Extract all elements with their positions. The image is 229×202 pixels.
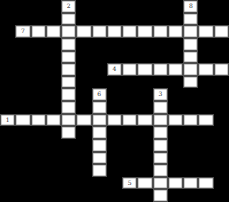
black-cell xyxy=(15,139,30,152)
black-cell xyxy=(153,76,168,89)
black-cell xyxy=(122,189,137,202)
black-cell xyxy=(31,152,46,165)
black-cell xyxy=(0,51,15,64)
black-cell xyxy=(0,139,15,152)
black-cell xyxy=(107,13,122,26)
cell-5-8[interactable] xyxy=(122,63,137,76)
cell-9-13[interactable] xyxy=(198,114,213,127)
black-cell xyxy=(15,101,30,114)
black-cell xyxy=(214,38,229,51)
cell-4-12[interactable] xyxy=(183,51,198,64)
black-cell xyxy=(107,189,122,202)
cell-12-6[interactable] xyxy=(92,152,107,165)
black-cell xyxy=(46,177,61,190)
black-cell xyxy=(122,38,137,51)
black-cell xyxy=(0,189,15,202)
black-cell xyxy=(214,76,229,89)
black-cell xyxy=(76,63,91,76)
black-cell xyxy=(31,76,46,89)
black-cell xyxy=(15,76,30,89)
black-cell xyxy=(92,13,107,26)
cell-9-8[interactable] xyxy=(122,114,137,127)
cell-5-11[interactable] xyxy=(168,63,183,76)
cell-10-6[interactable] xyxy=(92,126,107,139)
black-cell xyxy=(198,51,213,64)
black-cell xyxy=(137,126,152,139)
cell-9-3[interactable] xyxy=(46,114,61,127)
black-cell xyxy=(31,13,46,26)
black-cell xyxy=(92,51,107,64)
black-cell xyxy=(46,189,61,202)
black-cell xyxy=(0,13,15,26)
cell-9-9[interactable] xyxy=(137,114,152,127)
cell-5-9[interactable] xyxy=(137,63,152,76)
black-cell xyxy=(214,114,229,127)
black-cell xyxy=(76,189,91,202)
black-cell xyxy=(168,152,183,165)
black-cell xyxy=(137,139,152,152)
cell-5-14[interactable] xyxy=(214,63,229,76)
cell-9-2[interactable] xyxy=(31,114,46,127)
cell-2-4[interactable] xyxy=(61,25,76,38)
black-cell xyxy=(61,164,76,177)
black-cell xyxy=(198,126,213,139)
crossword-puzzle: 28746315 xyxy=(0,0,229,202)
cell-14-12[interactable] xyxy=(183,177,198,190)
clue-number-1: 1 xyxy=(6,115,10,123)
clue-number-6: 6 xyxy=(97,89,101,97)
black-cell xyxy=(92,63,107,76)
black-cell xyxy=(15,0,30,13)
cell-2-10[interactable] xyxy=(153,25,168,38)
black-cell xyxy=(61,139,76,152)
black-cell xyxy=(107,164,122,177)
black-cell xyxy=(137,13,152,26)
black-cell xyxy=(46,139,61,152)
black-cell xyxy=(15,88,30,101)
cell-10-4[interactable] xyxy=(61,126,76,139)
cell-0-12[interactable]: 8 xyxy=(183,0,198,13)
black-cell xyxy=(137,0,152,13)
black-cell xyxy=(198,0,213,13)
black-cell xyxy=(0,76,15,89)
black-cell xyxy=(0,38,15,51)
black-cell xyxy=(76,0,91,13)
cell-3-12[interactable] xyxy=(183,38,198,51)
black-cell xyxy=(46,13,61,26)
black-cell xyxy=(0,126,15,139)
black-cell xyxy=(76,51,91,64)
black-cell xyxy=(46,101,61,114)
black-cell xyxy=(137,76,152,89)
black-cell xyxy=(214,13,229,26)
black-cell xyxy=(15,13,30,26)
black-cell xyxy=(61,189,76,202)
clue-number-8: 8 xyxy=(189,1,193,9)
black-cell xyxy=(137,88,152,101)
black-cell xyxy=(122,101,137,114)
black-cell xyxy=(107,177,122,190)
black-cell xyxy=(153,13,168,26)
black-cell xyxy=(137,152,152,165)
cell-11-10[interactable] xyxy=(153,139,168,152)
cell-2-9[interactable] xyxy=(137,25,152,38)
black-cell xyxy=(0,164,15,177)
black-cell xyxy=(168,13,183,26)
black-cell xyxy=(107,38,122,51)
black-cell xyxy=(92,177,107,190)
cell-5-12[interactable] xyxy=(183,63,198,76)
black-cell xyxy=(15,126,30,139)
black-cell xyxy=(214,88,229,101)
cell-2-3[interactable] xyxy=(46,25,61,38)
cell-2-6[interactable] xyxy=(92,25,107,38)
black-cell xyxy=(168,88,183,101)
black-cell xyxy=(183,101,198,114)
black-cell xyxy=(76,152,91,165)
black-cell xyxy=(153,51,168,64)
black-cell xyxy=(31,38,46,51)
black-cell xyxy=(214,51,229,64)
black-cell xyxy=(198,38,213,51)
cell-9-0[interactable]: 1 xyxy=(0,114,15,127)
black-cell xyxy=(0,101,15,114)
black-cell xyxy=(168,139,183,152)
black-cell xyxy=(76,38,91,51)
black-cell xyxy=(107,139,122,152)
black-cell xyxy=(198,164,213,177)
clue-number-5: 5 xyxy=(128,178,132,186)
black-cell xyxy=(214,164,229,177)
black-cell xyxy=(46,0,61,13)
cell-11-6[interactable] xyxy=(92,139,107,152)
black-cell xyxy=(0,152,15,165)
cell-6-4[interactable] xyxy=(61,76,76,89)
black-cell xyxy=(122,126,137,139)
cell-9-6[interactable] xyxy=(92,114,107,127)
black-cell xyxy=(183,126,198,139)
black-cell xyxy=(107,101,122,114)
black-cell xyxy=(168,101,183,114)
cell-8-6[interactable] xyxy=(92,101,107,114)
cell-6-12[interactable] xyxy=(183,76,198,89)
black-cell xyxy=(0,25,15,38)
black-cell xyxy=(122,13,137,26)
black-cell xyxy=(46,51,61,64)
black-cell xyxy=(46,126,61,139)
black-cell xyxy=(122,51,137,64)
cell-7-4[interactable] xyxy=(61,88,76,101)
black-cell xyxy=(61,177,76,190)
black-cell xyxy=(107,51,122,64)
black-cell xyxy=(183,164,198,177)
black-cell xyxy=(122,152,137,165)
cell-5-10[interactable] xyxy=(153,63,168,76)
cell-13-10[interactable] xyxy=(153,164,168,177)
black-cell xyxy=(107,88,122,101)
cell-5-13[interactable] xyxy=(198,63,213,76)
black-cell xyxy=(15,164,30,177)
black-cell xyxy=(214,189,229,202)
cell-7-6[interactable]: 6 xyxy=(92,88,107,101)
black-cell xyxy=(214,0,229,13)
cell-1-12[interactable] xyxy=(183,13,198,26)
cell-14-11[interactable] xyxy=(168,177,183,190)
black-cell xyxy=(122,139,137,152)
cell-9-4[interactable] xyxy=(61,114,76,127)
black-cell xyxy=(168,76,183,89)
black-cell xyxy=(168,0,183,13)
black-cell xyxy=(168,38,183,51)
cell-15-10[interactable] xyxy=(153,189,168,202)
black-cell xyxy=(183,152,198,165)
cell-2-1[interactable]: 7 xyxy=(15,25,30,38)
cell-7-10[interactable]: 3 xyxy=(153,88,168,101)
black-cell xyxy=(31,164,46,177)
black-cell xyxy=(122,164,137,177)
crossword-board: 28746315 xyxy=(0,0,229,202)
black-cell xyxy=(0,177,15,190)
cell-5-7[interactable]: 4 xyxy=(107,63,122,76)
black-cell xyxy=(107,152,122,165)
cell-2-14[interactable] xyxy=(214,25,229,38)
black-cell xyxy=(198,101,213,114)
cell-5-4[interactable] xyxy=(61,63,76,76)
black-cell xyxy=(214,152,229,165)
black-cell xyxy=(76,177,91,190)
black-cell xyxy=(198,88,213,101)
clue-number-7: 7 xyxy=(21,26,25,34)
cell-13-6[interactable] xyxy=(92,164,107,177)
black-cell xyxy=(122,0,137,13)
black-cell xyxy=(92,189,107,202)
black-cell xyxy=(31,139,46,152)
black-cell xyxy=(198,189,213,202)
black-cell xyxy=(183,88,198,101)
black-cell xyxy=(137,51,152,64)
black-cell xyxy=(46,38,61,51)
black-cell xyxy=(214,177,229,190)
black-cell xyxy=(183,189,198,202)
cell-2-11[interactable] xyxy=(168,25,183,38)
cell-14-9[interactable] xyxy=(137,177,152,190)
black-cell xyxy=(15,189,30,202)
black-cell xyxy=(0,88,15,101)
black-cell xyxy=(198,139,213,152)
clue-number-4: 4 xyxy=(113,64,117,72)
cell-9-10[interactable] xyxy=(153,114,168,127)
black-cell xyxy=(168,126,183,139)
black-cell xyxy=(61,152,76,165)
black-cell xyxy=(31,88,46,101)
black-cell xyxy=(46,164,61,177)
cell-8-4[interactable] xyxy=(61,101,76,114)
black-cell xyxy=(198,76,213,89)
cell-2-2[interactable] xyxy=(31,25,46,38)
black-cell xyxy=(76,139,91,152)
black-cell xyxy=(31,126,46,139)
black-cell xyxy=(198,13,213,26)
black-cell xyxy=(137,164,152,177)
black-cell xyxy=(0,0,15,13)
black-cell xyxy=(76,13,91,26)
black-cell xyxy=(214,101,229,114)
cell-9-7[interactable] xyxy=(107,114,122,127)
black-cell xyxy=(15,177,30,190)
clue-number-3: 3 xyxy=(158,89,162,97)
black-cell xyxy=(15,152,30,165)
black-cell xyxy=(137,101,152,114)
black-cell xyxy=(76,76,91,89)
cell-2-7[interactable] xyxy=(107,25,122,38)
cell-9-5[interactable] xyxy=(76,114,91,127)
black-cell xyxy=(183,139,198,152)
cell-12-10[interactable] xyxy=(153,152,168,165)
black-cell xyxy=(31,189,46,202)
black-cell xyxy=(92,76,107,89)
black-cell xyxy=(76,88,91,101)
black-cell xyxy=(137,38,152,51)
cell-2-12[interactable] xyxy=(183,25,198,38)
black-cell xyxy=(168,51,183,64)
black-cell xyxy=(107,0,122,13)
black-cell xyxy=(31,0,46,13)
cell-14-10[interactable] xyxy=(153,177,168,190)
black-cell xyxy=(92,38,107,51)
black-cell xyxy=(15,51,30,64)
black-cell xyxy=(153,0,168,13)
black-cell xyxy=(153,38,168,51)
cell-2-5[interactable] xyxy=(76,25,91,38)
black-cell xyxy=(168,189,183,202)
black-cell xyxy=(46,152,61,165)
cell-4-4[interactable] xyxy=(61,51,76,64)
cell-14-13[interactable] xyxy=(198,177,213,190)
black-cell xyxy=(198,152,213,165)
black-cell xyxy=(122,88,137,101)
cell-10-10[interactable] xyxy=(153,126,168,139)
black-cell xyxy=(31,101,46,114)
black-cell xyxy=(76,164,91,177)
black-cell xyxy=(107,76,122,89)
black-cell xyxy=(122,76,137,89)
black-cell xyxy=(15,38,30,51)
cell-2-8[interactable] xyxy=(122,25,137,38)
cell-8-10[interactable] xyxy=(153,101,168,114)
black-cell xyxy=(31,63,46,76)
black-cell xyxy=(76,101,91,114)
black-cell xyxy=(46,76,61,89)
cell-3-4[interactable] xyxy=(61,38,76,51)
black-cell xyxy=(92,0,107,13)
cell-14-8[interactable]: 5 xyxy=(122,177,137,190)
black-cell xyxy=(214,139,229,152)
black-cell xyxy=(31,177,46,190)
cell-0-4[interactable]: 2 xyxy=(61,0,76,13)
cell-2-13[interactable] xyxy=(198,25,213,38)
black-cell xyxy=(168,164,183,177)
cell-1-4[interactable] xyxy=(61,13,76,26)
cell-9-1[interactable] xyxy=(15,114,30,127)
black-cell xyxy=(46,63,61,76)
black-cell xyxy=(76,126,91,139)
black-cell xyxy=(214,126,229,139)
black-cell xyxy=(107,126,122,139)
cell-9-11[interactable] xyxy=(168,114,183,127)
black-cell xyxy=(46,88,61,101)
black-cell xyxy=(15,63,30,76)
black-cell xyxy=(31,51,46,64)
clue-number-2: 2 xyxy=(67,1,71,9)
black-cell xyxy=(137,189,152,202)
black-cell xyxy=(0,63,15,76)
cell-9-12[interactable] xyxy=(183,114,198,127)
